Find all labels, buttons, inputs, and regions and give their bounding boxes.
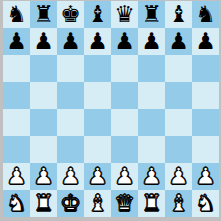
piece-black-bishop[interactable]: ♝ [84, 1, 111, 28]
square-e8[interactable]: ♛ [111, 1, 138, 28]
square-d5[interactable] [84, 82, 111, 109]
square-h2[interactable]: ♟ [192, 163, 219, 190]
square-f7[interactable]: ♟ [138, 28, 165, 55]
square-a2[interactable]: ♟ [3, 163, 30, 190]
piece-white-pawn[interactable]: ♟ [84, 163, 111, 190]
piece-white-pawn[interactable]: ♟ [3, 163, 30, 190]
board-frame: ♞♜♚♝♛♜♝♞♟♟♟♟♟♟♟♟♟♟♟♟♟♟♟♟♞♜♚♝♛♜♝♞ [0, 0, 221, 221]
piece-white-pawn[interactable]: ♟ [165, 163, 192, 190]
piece-white-knight[interactable]: ♞ [3, 190, 30, 217]
square-f2[interactable]: ♟ [138, 163, 165, 190]
chess-board: ♞♜♚♝♛♜♝♞♟♟♟♟♟♟♟♟♟♟♟♟♟♟♟♟♞♜♚♝♛♜♝♞ [3, 1, 219, 217]
square-g2[interactable]: ♟ [165, 163, 192, 190]
square-c3[interactable] [57, 136, 84, 163]
square-c8[interactable]: ♚ [57, 1, 84, 28]
square-g1[interactable]: ♝ [165, 190, 192, 217]
square-a3[interactable] [3, 136, 30, 163]
piece-white-rook[interactable]: ♜ [138, 190, 165, 217]
square-h6[interactable] [192, 55, 219, 82]
square-b7[interactable]: ♟ [30, 28, 57, 55]
square-f5[interactable] [138, 82, 165, 109]
piece-black-bishop[interactable]: ♝ [165, 1, 192, 28]
square-h5[interactable] [192, 82, 219, 109]
square-e3[interactable] [111, 136, 138, 163]
square-c4[interactable] [57, 109, 84, 136]
square-e7[interactable]: ♟ [111, 28, 138, 55]
piece-black-pawn[interactable]: ♟ [84, 28, 111, 55]
piece-black-knight[interactable]: ♞ [192, 1, 219, 28]
square-a1[interactable]: ♞ [3, 190, 30, 217]
square-d1[interactable]: ♝ [84, 190, 111, 217]
piece-black-pawn[interactable]: ♟ [111, 28, 138, 55]
square-c5[interactable] [57, 82, 84, 109]
square-b4[interactable] [30, 109, 57, 136]
square-f1[interactable]: ♜ [138, 190, 165, 217]
square-e1[interactable]: ♛ [111, 190, 138, 217]
square-b2[interactable]: ♟ [30, 163, 57, 190]
square-d6[interactable] [84, 55, 111, 82]
piece-black-pawn[interactable]: ♟ [57, 28, 84, 55]
piece-black-rook[interactable]: ♜ [30, 1, 57, 28]
piece-white-bishop[interactable]: ♝ [165, 190, 192, 217]
piece-white-pawn[interactable]: ♟ [138, 163, 165, 190]
square-d8[interactable]: ♝ [84, 1, 111, 28]
piece-white-pawn[interactable]: ♟ [30, 163, 57, 190]
piece-white-pawn[interactable]: ♟ [192, 163, 219, 190]
square-e5[interactable] [111, 82, 138, 109]
piece-white-pawn[interactable]: ♟ [57, 163, 84, 190]
square-e2[interactable]: ♟ [111, 163, 138, 190]
square-d7[interactable]: ♟ [84, 28, 111, 55]
square-b6[interactable] [30, 55, 57, 82]
piece-black-pawn[interactable]: ♟ [3, 28, 30, 55]
piece-black-pawn[interactable]: ♟ [192, 28, 219, 55]
square-e6[interactable] [111, 55, 138, 82]
piece-black-queen[interactable]: ♛ [111, 1, 138, 28]
square-a8[interactable]: ♞ [3, 1, 30, 28]
piece-black-pawn[interactable]: ♟ [30, 28, 57, 55]
square-g6[interactable] [165, 55, 192, 82]
square-b1[interactable]: ♜ [30, 190, 57, 217]
square-d4[interactable] [84, 109, 111, 136]
square-g3[interactable] [165, 136, 192, 163]
piece-black-pawn[interactable]: ♟ [138, 28, 165, 55]
piece-white-bishop[interactable]: ♝ [84, 190, 111, 217]
square-g8[interactable]: ♝ [165, 1, 192, 28]
square-h1[interactable]: ♞ [192, 190, 219, 217]
square-c1[interactable]: ♚ [57, 190, 84, 217]
square-f3[interactable] [138, 136, 165, 163]
square-b3[interactable] [30, 136, 57, 163]
square-h3[interactable] [192, 136, 219, 163]
square-g5[interactable] [165, 82, 192, 109]
square-f4[interactable] [138, 109, 165, 136]
square-f6[interactable] [138, 55, 165, 82]
piece-white-knight[interactable]: ♞ [192, 190, 219, 217]
square-b5[interactable] [30, 82, 57, 109]
square-a4[interactable] [3, 109, 30, 136]
piece-white-pawn[interactable]: ♟ [111, 163, 138, 190]
square-d3[interactable] [84, 136, 111, 163]
square-h4[interactable] [192, 109, 219, 136]
piece-white-queen[interactable]: ♛ [111, 190, 138, 217]
piece-black-pawn[interactable]: ♟ [165, 28, 192, 55]
piece-white-rook[interactable]: ♜ [30, 190, 57, 217]
square-h8[interactable]: ♞ [192, 1, 219, 28]
piece-black-rook[interactable]: ♜ [138, 1, 165, 28]
square-h7[interactable]: ♟ [192, 28, 219, 55]
square-c2[interactable]: ♟ [57, 163, 84, 190]
square-b8[interactable]: ♜ [30, 1, 57, 28]
square-c6[interactable] [57, 55, 84, 82]
square-a7[interactable]: ♟ [3, 28, 30, 55]
square-d2[interactable]: ♟ [84, 163, 111, 190]
square-a6[interactable] [3, 55, 30, 82]
piece-black-knight[interactable]: ♞ [3, 1, 30, 28]
piece-black-king[interactable]: ♚ [57, 1, 84, 28]
square-f8[interactable]: ♜ [138, 1, 165, 28]
square-e4[interactable] [111, 109, 138, 136]
piece-white-king[interactable]: ♚ [57, 190, 84, 217]
square-a5[interactable] [3, 82, 30, 109]
square-c7[interactable]: ♟ [57, 28, 84, 55]
square-g7[interactable]: ♟ [165, 28, 192, 55]
square-g4[interactable] [165, 109, 192, 136]
